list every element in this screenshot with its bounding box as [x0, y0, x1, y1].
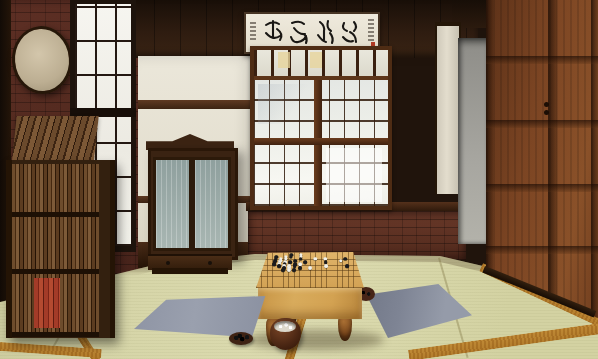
- bowl-lid-black-stones: [229, 332, 253, 345]
- go-stone-black: [289, 255, 292, 258]
- go-stone-black: [281, 268, 285, 272]
- lit-pane: [278, 52, 290, 68]
- bookshelf: [6, 160, 115, 338]
- go-stone-black: [345, 264, 349, 268]
- door-handle: [544, 102, 549, 107]
- brush-calligraphy-strokes: [260, 17, 364, 47]
- plaque-signature-left: [250, 22, 256, 40]
- goban-grid: [256, 252, 364, 288]
- white-pillar: [437, 26, 459, 194]
- white-stones-in-bowl: [274, 321, 296, 332]
- cabinet-glass-door-right: [192, 157, 231, 251]
- cabinet-glass-door-left: [153, 157, 192, 251]
- tatami-room-scene: [0, 0, 598, 359]
- door-stile: [548, 0, 557, 334]
- door-rail: [486, 246, 598, 254]
- red-book-spines: [34, 278, 60, 328]
- go-stone-black: [272, 262, 276, 266]
- go-stone-black: [277, 264, 281, 268]
- go-stone-white: [287, 268, 291, 272]
- main-lattice-window: [250, 46, 392, 210]
- go-stone-black: [303, 261, 307, 265]
- lit-pane: [310, 52, 322, 68]
- go-stone-white: [324, 264, 328, 268]
- go-stone-black: [298, 266, 302, 270]
- cabinet-base: [152, 268, 228, 274]
- wall-rail-upper: [138, 100, 256, 109]
- go-stone-black: [343, 257, 346, 260]
- glass-cabinet: [148, 148, 238, 260]
- bright-pane: [326, 148, 382, 202]
- go-stone-white: [314, 257, 317, 260]
- goban-body: [258, 286, 362, 319]
- go-bowl-white-stones: [270, 318, 301, 350]
- go-stone-black: [292, 268, 296, 272]
- glass-reflection: [258, 84, 308, 124]
- brick-wainscot: [248, 208, 466, 260]
- go-stone-white: [339, 259, 343, 263]
- go-stone-black: [299, 257, 302, 260]
- book-spines-row: [12, 164, 99, 217]
- plaque-signature-right: [368, 19, 374, 41]
- drawer-knob: [166, 261, 170, 265]
- drawer-knob: [208, 261, 212, 265]
- mid-rail: [254, 138, 388, 145]
- door-rail: [486, 184, 598, 192]
- door-rail: [486, 56, 598, 64]
- go-stone-white: [308, 266, 312, 270]
- door-rail: [486, 120, 598, 128]
- book-spines-row: [12, 217, 99, 274]
- door-stile: [591, 0, 598, 334]
